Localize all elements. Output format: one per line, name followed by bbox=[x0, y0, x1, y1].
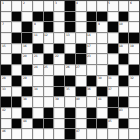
white-cell[interactable] bbox=[97, 108, 107, 118]
black-cell bbox=[87, 119, 97, 129]
white-cell[interactable] bbox=[97, 44, 107, 54]
black-cell bbox=[44, 12, 54, 22]
black-cell bbox=[97, 12, 107, 22]
clue-number: 16 bbox=[23, 44, 26, 47]
white-cell[interactable] bbox=[97, 65, 107, 75]
white-cell[interactable] bbox=[1, 33, 11, 43]
white-cell[interactable]: 41 bbox=[97, 97, 107, 107]
white-cell[interactable] bbox=[76, 22, 86, 32]
white-cell[interactable] bbox=[54, 12, 64, 22]
white-cell[interactable] bbox=[1, 12, 11, 22]
black-cell bbox=[12, 54, 22, 64]
white-cell[interactable] bbox=[76, 33, 86, 43]
white-cell[interactable]: 10 bbox=[119, 22, 129, 32]
white-cell[interactable]: 15 bbox=[1, 44, 11, 54]
white-cell[interactable]: 5 bbox=[108, 1, 118, 11]
black-cell bbox=[22, 108, 32, 118]
clue-number: 9 bbox=[98, 22, 100, 25]
white-cell[interactable] bbox=[12, 65, 22, 75]
white-cell[interactable] bbox=[87, 1, 97, 11]
black-cell bbox=[76, 44, 86, 54]
clue-number: 45 bbox=[108, 119, 111, 122]
clue-number: 36 bbox=[87, 87, 90, 90]
black-cell bbox=[33, 44, 43, 54]
white-cell[interactable] bbox=[44, 129, 54, 139]
white-cell[interactable] bbox=[12, 1, 22, 11]
black-cell bbox=[65, 76, 75, 86]
crossword-grid: 1234567891011121314151617181920212223242… bbox=[0, 0, 140, 140]
white-cell[interactable] bbox=[33, 108, 43, 118]
black-cell bbox=[65, 129, 75, 139]
white-cell[interactable]: 35 bbox=[65, 87, 75, 97]
black-cell bbox=[65, 54, 75, 64]
white-cell[interactable]: 11 bbox=[33, 33, 43, 43]
white-cell[interactable]: 17 bbox=[87, 44, 97, 54]
white-cell[interactable]: 42 bbox=[1, 108, 11, 118]
white-cell[interactable] bbox=[97, 129, 107, 139]
clue-number: 6 bbox=[130, 1, 132, 4]
white-cell[interactable]: 2 bbox=[22, 1, 32, 11]
white-cell[interactable]: 23 bbox=[87, 54, 97, 64]
clue-number: 27 bbox=[76, 65, 79, 68]
clue-number: 11 bbox=[34, 33, 37, 36]
white-cell[interactable] bbox=[119, 65, 129, 75]
black-cell bbox=[54, 87, 64, 97]
clue-number: 13 bbox=[66, 33, 69, 36]
clue-number: 18 bbox=[119, 44, 122, 47]
clue-number: 10 bbox=[119, 22, 122, 25]
white-cell[interactable]: 37 bbox=[108, 87, 118, 97]
white-cell[interactable]: 33 bbox=[1, 87, 11, 97]
black-cell bbox=[108, 97, 118, 107]
white-cell[interactable] bbox=[119, 1, 129, 11]
white-cell[interactable] bbox=[33, 129, 43, 139]
black-cell bbox=[108, 44, 118, 54]
black-cell bbox=[119, 33, 129, 43]
white-cell[interactable] bbox=[119, 129, 129, 139]
white-cell[interactable] bbox=[54, 108, 64, 118]
clue-number: 12 bbox=[44, 33, 47, 36]
black-cell bbox=[97, 119, 107, 129]
white-cell[interactable] bbox=[22, 12, 32, 22]
white-cell[interactable]: 21 bbox=[33, 54, 43, 64]
white-cell[interactable] bbox=[33, 97, 43, 107]
white-cell[interactable] bbox=[97, 1, 107, 11]
black-cell bbox=[87, 76, 97, 86]
black-cell bbox=[119, 54, 129, 64]
white-cell[interactable] bbox=[129, 129, 139, 139]
clue-number: 23 bbox=[87, 54, 90, 57]
white-cell[interactable]: 1 bbox=[1, 1, 11, 11]
white-cell[interactable]: 31 bbox=[108, 76, 118, 86]
black-cell bbox=[119, 12, 129, 22]
clue-number: 17 bbox=[87, 44, 90, 47]
clue-number: 4 bbox=[76, 1, 78, 4]
black-cell bbox=[12, 76, 22, 86]
white-cell[interactable]: 13 bbox=[65, 33, 75, 43]
black-cell bbox=[33, 12, 43, 22]
white-cell[interactable]: 25 bbox=[44, 65, 54, 75]
white-cell[interactable] bbox=[108, 33, 118, 43]
clue-number: 44 bbox=[23, 119, 26, 122]
black-cell bbox=[44, 119, 54, 129]
clue-number: 32 bbox=[130, 76, 133, 79]
black-cell bbox=[76, 87, 86, 97]
clue-number: 14 bbox=[87, 33, 90, 36]
white-cell[interactable] bbox=[65, 44, 75, 54]
white-cell[interactable] bbox=[1, 54, 11, 64]
white-cell[interactable] bbox=[97, 33, 107, 43]
white-cell[interactable]: 30 bbox=[97, 76, 107, 86]
white-cell[interactable]: 7 bbox=[1, 22, 11, 32]
white-cell[interactable] bbox=[129, 119, 139, 129]
white-cell[interactable]: 28 bbox=[1, 76, 11, 86]
black-cell bbox=[44, 22, 54, 32]
black-cell bbox=[12, 119, 22, 129]
white-cell[interactable] bbox=[76, 12, 86, 22]
white-cell[interactable]: 12 bbox=[44, 33, 54, 43]
white-cell[interactable] bbox=[129, 108, 139, 118]
white-cell[interactable]: 39 bbox=[54, 97, 64, 107]
clue-number: 42 bbox=[2, 108, 5, 111]
clue-number: 41 bbox=[98, 97, 101, 100]
black-cell bbox=[54, 76, 64, 86]
clue-number: 24 bbox=[34, 65, 37, 68]
black-cell bbox=[76, 54, 86, 64]
black-cell bbox=[12, 12, 22, 22]
white-cell[interactable] bbox=[65, 97, 75, 107]
white-cell[interactable] bbox=[44, 1, 54, 11]
clue-number: 46 bbox=[2, 129, 5, 132]
black-cell bbox=[65, 108, 75, 118]
white-cell[interactable] bbox=[87, 65, 97, 75]
white-cell[interactable] bbox=[76, 108, 86, 118]
white-cell[interactable] bbox=[129, 54, 139, 64]
black-cell bbox=[65, 22, 75, 32]
black-cell bbox=[65, 12, 75, 22]
white-cell[interactable]: 43 bbox=[119, 108, 129, 118]
black-cell bbox=[87, 12, 97, 22]
white-cell[interactable] bbox=[54, 22, 64, 32]
clue-number: 29 bbox=[23, 76, 26, 79]
white-cell[interactable] bbox=[1, 119, 11, 129]
black-cell bbox=[33, 119, 43, 129]
black-cell bbox=[129, 65, 139, 75]
clue-number: 26 bbox=[66, 65, 69, 68]
black-cell bbox=[54, 44, 64, 54]
black-cell bbox=[22, 87, 32, 97]
white-cell[interactable] bbox=[108, 129, 118, 139]
white-cell[interactable] bbox=[129, 87, 139, 97]
clue-number: 40 bbox=[76, 97, 79, 100]
black-cell bbox=[22, 22, 32, 32]
white-cell[interactable]: 4 bbox=[76, 1, 86, 11]
white-cell[interactable] bbox=[33, 76, 43, 86]
clue-number: 8 bbox=[34, 22, 36, 25]
white-cell[interactable] bbox=[44, 87, 54, 97]
white-cell[interactable] bbox=[76, 119, 86, 129]
clue-number: 30 bbox=[98, 76, 101, 79]
white-cell[interactable] bbox=[12, 22, 22, 32]
clue-number: 5 bbox=[108, 1, 110, 4]
white-cell[interactable] bbox=[54, 65, 64, 75]
white-cell[interactable]: 32 bbox=[129, 76, 139, 86]
white-cell[interactable] bbox=[54, 119, 64, 129]
black-cell bbox=[22, 33, 32, 43]
black-cell bbox=[44, 108, 54, 118]
black-cell bbox=[87, 22, 97, 32]
black-cell bbox=[65, 1, 75, 11]
clue-number: 15 bbox=[2, 44, 5, 47]
white-cell[interactable] bbox=[44, 97, 54, 107]
black-cell bbox=[97, 87, 107, 97]
white-cell[interactable] bbox=[54, 129, 64, 139]
clue-number: 47 bbox=[76, 129, 79, 132]
black-cell bbox=[1, 97, 11, 107]
white-cell[interactable]: 45 bbox=[108, 119, 118, 129]
black-cell bbox=[129, 33, 139, 43]
black-cell bbox=[108, 108, 118, 118]
black-cell bbox=[108, 65, 118, 75]
clue-number: 1 bbox=[2, 1, 4, 4]
clue-number: 33 bbox=[2, 87, 5, 90]
white-cell[interactable] bbox=[12, 44, 22, 54]
white-cell[interactable] bbox=[12, 108, 22, 118]
clue-number: 19 bbox=[130, 44, 133, 47]
clue-number: 34 bbox=[34, 87, 37, 90]
black-cell bbox=[12, 33, 22, 43]
white-cell[interactable] bbox=[54, 33, 64, 43]
clue-number: 39 bbox=[55, 97, 58, 100]
clue-number: 38 bbox=[23, 97, 26, 100]
white-cell[interactable] bbox=[12, 129, 22, 139]
clue-number: 35 bbox=[66, 87, 69, 90]
white-cell[interactable]: 6 bbox=[129, 1, 139, 11]
black-cell bbox=[119, 76, 129, 86]
white-cell[interactable] bbox=[33, 1, 43, 11]
white-cell[interactable] bbox=[108, 54, 118, 64]
white-cell[interactable]: 18 bbox=[119, 44, 129, 54]
white-cell[interactable]: 44 bbox=[22, 119, 32, 129]
clue-number: 21 bbox=[34, 54, 37, 57]
white-cell[interactable]: 9 bbox=[97, 22, 107, 32]
black-cell bbox=[44, 54, 54, 64]
white-cell[interactable]: 36 bbox=[87, 87, 97, 97]
white-cell[interactable]: 20 bbox=[22, 54, 32, 64]
white-cell[interactable] bbox=[119, 87, 129, 97]
white-cell[interactable]: 8 bbox=[33, 22, 43, 32]
white-cell[interactable]: 40 bbox=[76, 97, 86, 107]
white-cell[interactable] bbox=[87, 129, 97, 139]
clue-number: 7 bbox=[2, 22, 4, 25]
clue-number: 31 bbox=[108, 76, 111, 79]
black-cell bbox=[65, 119, 75, 129]
white-cell[interactable]: 3 bbox=[54, 1, 64, 11]
white-cell[interactable]: 47 bbox=[76, 129, 86, 139]
white-cell[interactable]: 19 bbox=[129, 44, 139, 54]
white-cell[interactable] bbox=[129, 97, 139, 107]
black-cell bbox=[119, 119, 129, 129]
white-cell[interactable] bbox=[44, 76, 54, 86]
black-cell bbox=[12, 97, 22, 107]
white-cell[interactable] bbox=[44, 44, 54, 54]
white-cell[interactable]: 46 bbox=[1, 129, 11, 139]
white-cell[interactable]: 14 bbox=[87, 33, 97, 43]
clue-number: 20 bbox=[23, 54, 26, 57]
white-cell[interactable]: 38 bbox=[22, 97, 32, 107]
white-cell[interactable]: 26 bbox=[65, 65, 75, 75]
clue-number: 37 bbox=[108, 87, 111, 90]
white-cell[interactable] bbox=[97, 54, 107, 64]
white-cell[interactable]: 24 bbox=[33, 65, 43, 75]
clue-number: 3 bbox=[55, 1, 57, 4]
clue-number: 43 bbox=[119, 108, 122, 111]
white-cell[interactable] bbox=[129, 22, 139, 32]
black-cell bbox=[119, 97, 129, 107]
white-cell[interactable] bbox=[76, 76, 86, 86]
black-cell bbox=[1, 65, 11, 75]
black-cell bbox=[108, 22, 118, 32]
white-cell[interactable] bbox=[12, 87, 22, 97]
white-cell[interactable] bbox=[87, 97, 97, 107]
clue-number: 25 bbox=[44, 65, 47, 68]
white-cell[interactable] bbox=[129, 12, 139, 22]
black-cell bbox=[22, 65, 32, 75]
clue-number: 22 bbox=[55, 54, 58, 57]
white-cell[interactable]: 16 bbox=[22, 44, 32, 54]
white-cell[interactable]: 22 bbox=[54, 54, 64, 64]
white-cell[interactable]: 29 bbox=[22, 76, 32, 86]
white-cell[interactable]: 34 bbox=[33, 87, 43, 97]
white-cell[interactable] bbox=[108, 12, 118, 22]
white-cell[interactable]: 27 bbox=[76, 65, 86, 75]
white-cell[interactable] bbox=[22, 129, 32, 139]
clue-number: 2 bbox=[23, 1, 25, 4]
black-cell bbox=[87, 108, 97, 118]
clue-number: 28 bbox=[2, 76, 5, 79]
